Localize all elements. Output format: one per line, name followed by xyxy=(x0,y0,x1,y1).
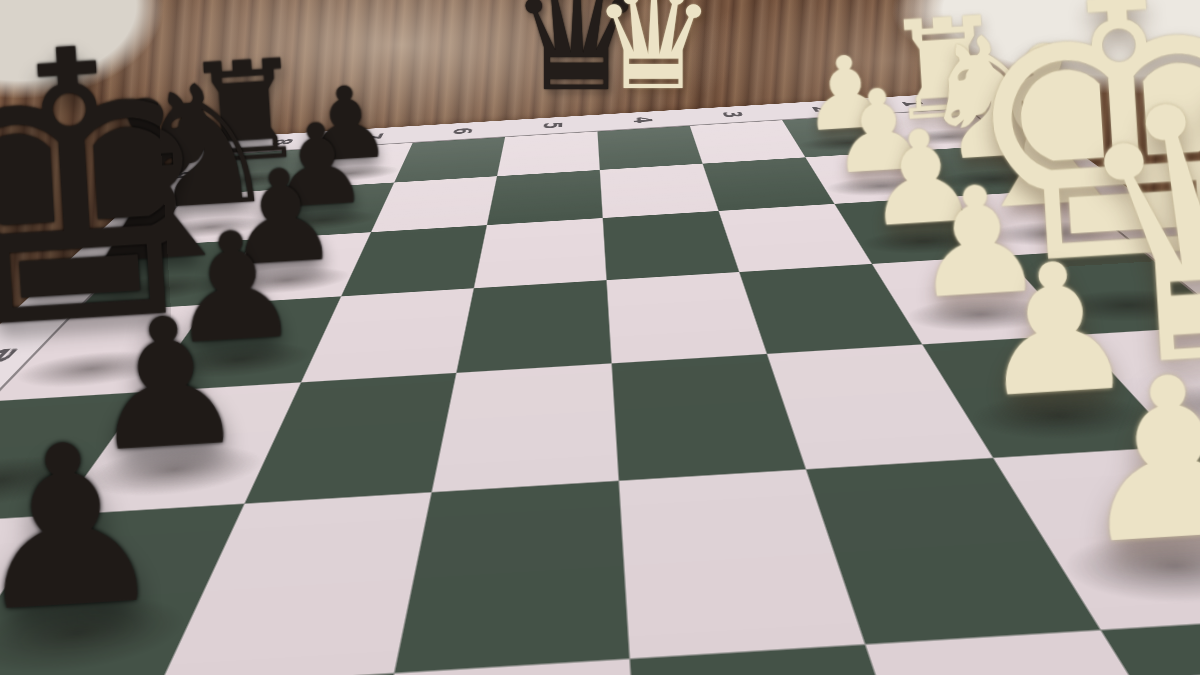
square-e4[interactable] xyxy=(607,272,767,363)
spare-white-queen[interactable]: ♛ xyxy=(591,0,717,110)
square-e5[interactable] xyxy=(456,280,611,373)
photo-stage: ♛ ♛ 87654321hhggffeeddccbbaa♜♟♟♜♞♟♟♞♝♟♟♝… xyxy=(0,0,1200,675)
square-d5[interactable] xyxy=(432,363,619,492)
far-border-rank-label-3: 3 xyxy=(718,111,745,119)
far-border-rank-label-6: 6 xyxy=(448,127,475,135)
piece-white-pawn-c2[interactable]: ♟ xyxy=(1067,345,1200,578)
square-g4[interactable] xyxy=(600,164,719,218)
square-h4[interactable] xyxy=(597,126,702,170)
square-g6[interactable] xyxy=(371,176,497,232)
square-f4[interactable] xyxy=(603,211,740,280)
chess-board: 87654321hhggffeeddccbbaa♜♟♟♜♞♟♟♞♝♟♟♝♚♟♟♚… xyxy=(0,91,1200,675)
square-h5[interactable] xyxy=(497,132,600,177)
square-c5[interactable] xyxy=(394,481,629,673)
square-f5[interactable] xyxy=(474,218,607,288)
square-g5[interactable] xyxy=(487,170,603,225)
